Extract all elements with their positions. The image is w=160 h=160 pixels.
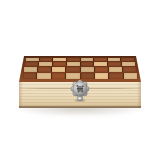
- left-edge-shading: [19, 82, 23, 108]
- board-square: [95, 73, 108, 79]
- board-square: [23, 73, 36, 79]
- board-square: [24, 67, 37, 72]
- product-photo-chess-box: [0, 0, 160, 160]
- board-square: [94, 58, 107, 61]
- board-square: [38, 67, 51, 72]
- board-square: [53, 62, 66, 66]
- board-square: [123, 67, 136, 72]
- board-square: [124, 73, 137, 79]
- board-square: [81, 67, 94, 72]
- board-square: [26, 58, 39, 61]
- board-square: [52, 73, 65, 79]
- board-square: [53, 58, 66, 61]
- board-row-far: [26, 58, 134, 61]
- clasp-svg: [70, 79, 90, 102]
- board-row-3: [24, 67, 136, 72]
- board-row-2: [25, 62, 135, 66]
- board-square: [37, 73, 50, 79]
- board-square: [67, 58, 80, 61]
- chess-box: [19, 56, 141, 108]
- board-square: [95, 67, 108, 72]
- board-square: [108, 62, 121, 66]
- clasp-latch-icon: [70, 79, 90, 102]
- board-square: [81, 58, 94, 61]
- board-square: [40, 58, 53, 61]
- board-square: [122, 62, 135, 66]
- board-square: [81, 62, 94, 66]
- board-square: [109, 73, 122, 79]
- board-square: [109, 67, 122, 72]
- board-square: [25, 62, 38, 66]
- board-square: [39, 62, 52, 66]
- board-square: [121, 58, 134, 61]
- board-square: [66, 67, 79, 72]
- right-edge-shading: [137, 82, 141, 108]
- bottom-edge-line: [19, 106, 141, 108]
- board-square: [108, 58, 121, 61]
- board-square: [52, 67, 65, 72]
- board-square: [67, 62, 80, 66]
- board-square: [94, 62, 107, 66]
